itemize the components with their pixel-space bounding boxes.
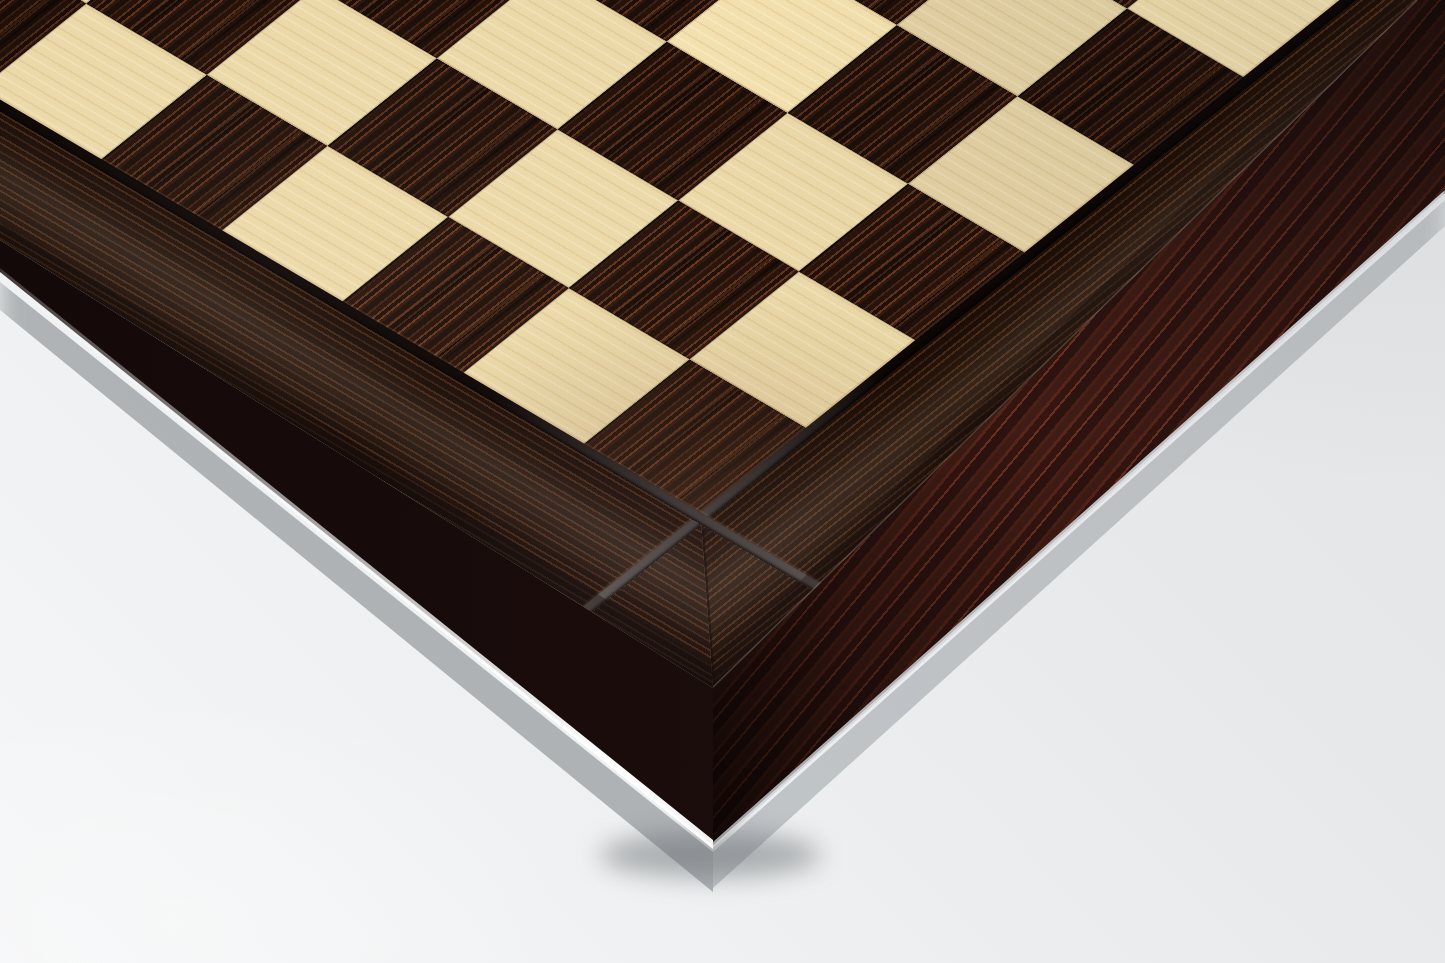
product-photo-scene [0,0,1445,963]
